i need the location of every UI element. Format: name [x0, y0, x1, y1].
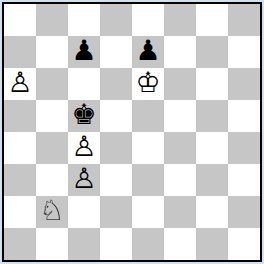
- piece-black-pawn-c7[interactable]: ♟: [71, 36, 96, 67]
- square-h3[interactable]: [228, 164, 260, 196]
- square-c5[interactable]: ♚: [68, 100, 100, 132]
- square-e4[interactable]: [132, 132, 164, 164]
- square-d1[interactable]: [100, 228, 132, 260]
- piece-white-king-e6[interactable]: ♔: [135, 68, 160, 99]
- square-f5[interactable]: [164, 100, 196, 132]
- board-grid: ♟♟♙♔♚♙♙♘: [4, 4, 260, 260]
- square-f2[interactable]: [164, 196, 196, 228]
- square-b6[interactable]: [36, 68, 68, 100]
- square-h2[interactable]: [228, 196, 260, 228]
- square-f1[interactable]: [164, 228, 196, 260]
- square-d6[interactable]: [100, 68, 132, 100]
- square-f8[interactable]: [164, 4, 196, 36]
- square-c6[interactable]: [68, 68, 100, 100]
- square-d3[interactable]: [100, 164, 132, 196]
- square-c8[interactable]: [68, 4, 100, 36]
- square-e6[interactable]: ♔: [132, 68, 164, 100]
- square-h6[interactable]: [228, 68, 260, 100]
- chess-board: ♟♟♙♔♚♙♙♘: [0, 0, 264, 264]
- square-c4[interactable]: ♙: [68, 132, 100, 164]
- square-e8[interactable]: [132, 4, 164, 36]
- square-e7[interactable]: ♟: [132, 36, 164, 68]
- square-c3[interactable]: ♙: [68, 164, 100, 196]
- square-d7[interactable]: [100, 36, 132, 68]
- square-e5[interactable]: [132, 100, 164, 132]
- square-f4[interactable]: [164, 132, 196, 164]
- square-a5[interactable]: [4, 100, 36, 132]
- square-d5[interactable]: [100, 100, 132, 132]
- square-b5[interactable]: [36, 100, 68, 132]
- piece-black-pawn-e7[interactable]: ♟: [135, 36, 160, 67]
- square-h4[interactable]: [228, 132, 260, 164]
- square-h5[interactable]: [228, 100, 260, 132]
- square-a2[interactable]: [4, 196, 36, 228]
- square-e2[interactable]: [132, 196, 164, 228]
- square-f3[interactable]: [164, 164, 196, 196]
- square-f7[interactable]: [164, 36, 196, 68]
- square-e1[interactable]: [132, 228, 164, 260]
- square-b7[interactable]: [36, 36, 68, 68]
- square-h7[interactable]: [228, 36, 260, 68]
- piece-black-king-c5[interactable]: ♚: [71, 100, 96, 131]
- square-g6[interactable]: [196, 68, 228, 100]
- square-b3[interactable]: [36, 164, 68, 196]
- square-a3[interactable]: [4, 164, 36, 196]
- square-a8[interactable]: [4, 4, 36, 36]
- square-b1[interactable]: [36, 228, 68, 260]
- square-b4[interactable]: [36, 132, 68, 164]
- square-a7[interactable]: [4, 36, 36, 68]
- square-h1[interactable]: [228, 228, 260, 260]
- square-e3[interactable]: [132, 164, 164, 196]
- square-b8[interactable]: [36, 4, 68, 36]
- square-b2[interactable]: ♘: [36, 196, 68, 228]
- square-a4[interactable]: [4, 132, 36, 164]
- square-d4[interactable]: [100, 132, 132, 164]
- square-g2[interactable]: [196, 196, 228, 228]
- square-d2[interactable]: [100, 196, 132, 228]
- square-g7[interactable]: [196, 36, 228, 68]
- square-a6[interactable]: ♙: [4, 68, 36, 100]
- square-g3[interactable]: [196, 164, 228, 196]
- square-a1[interactable]: [4, 228, 36, 260]
- piece-white-knight-b2[interactable]: ♘: [39, 196, 64, 227]
- square-h8[interactable]: [228, 4, 260, 36]
- square-g1[interactable]: [196, 228, 228, 260]
- board-border: ♟♟♙♔♚♙♙♘: [2, 2, 262, 262]
- piece-white-pawn-a6[interactable]: ♙: [7, 68, 32, 99]
- square-c7[interactable]: ♟: [68, 36, 100, 68]
- square-g8[interactable]: [196, 4, 228, 36]
- square-g4[interactable]: [196, 132, 228, 164]
- square-c1[interactable]: [68, 228, 100, 260]
- square-d8[interactable]: [100, 4, 132, 36]
- piece-white-pawn-c3[interactable]: ♙: [71, 164, 96, 195]
- square-g5[interactable]: [196, 100, 228, 132]
- square-f6[interactable]: [164, 68, 196, 100]
- square-c2[interactable]: [68, 196, 100, 228]
- piece-white-pawn-c4[interactable]: ♙: [71, 132, 96, 163]
